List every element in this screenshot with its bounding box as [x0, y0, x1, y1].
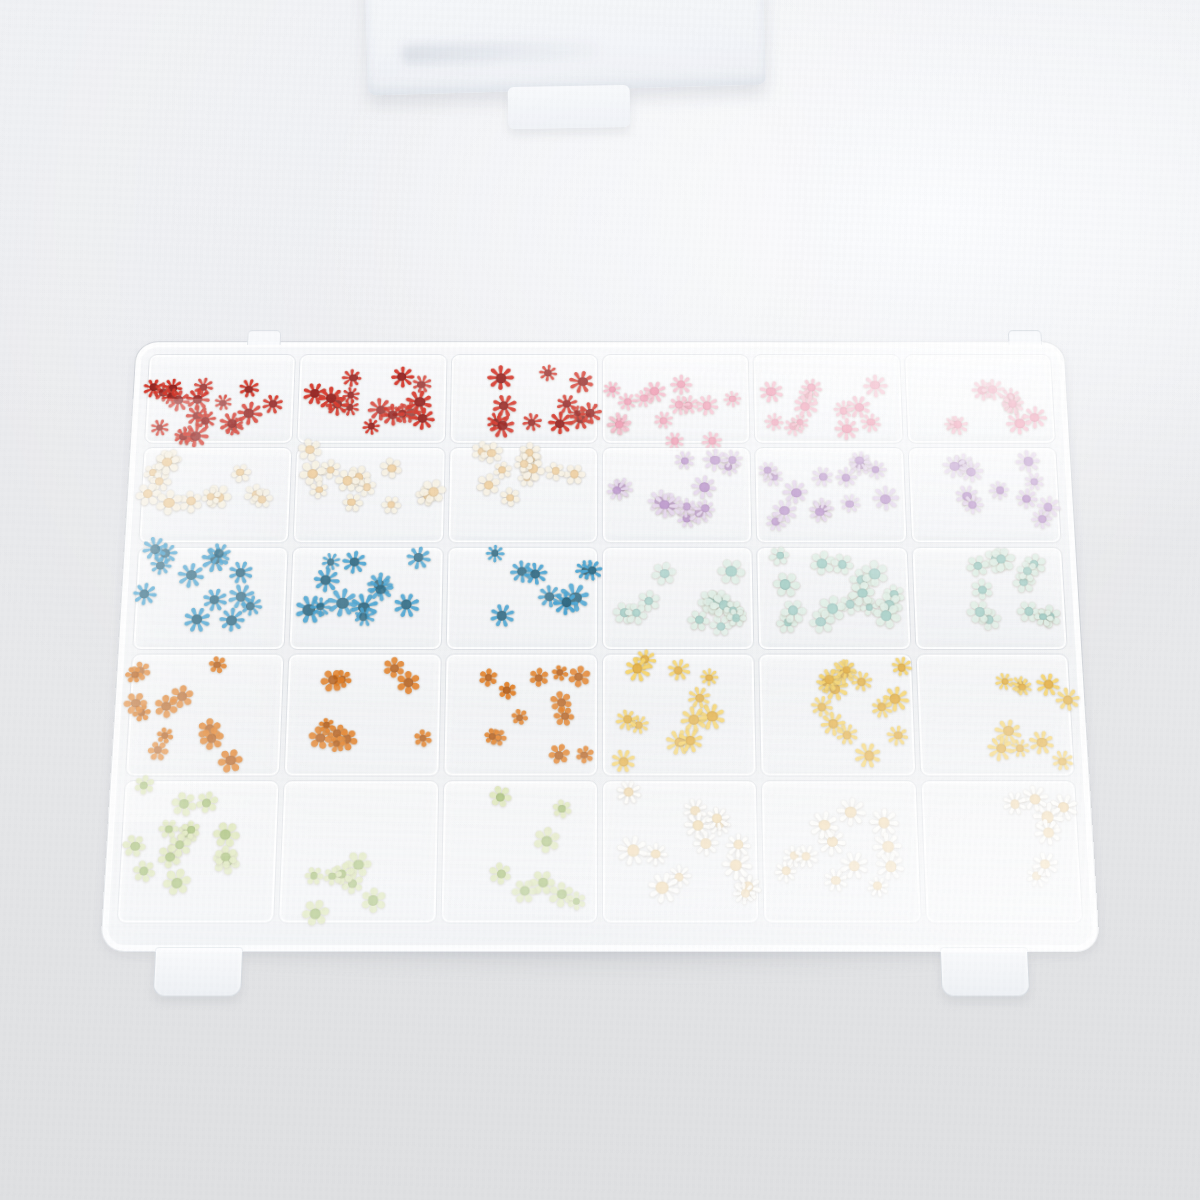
- flower-center: [651, 849, 660, 858]
- dried-flower-red: ❋: [490, 391, 518, 421]
- flower-center: [801, 852, 811, 861]
- flower-petals-glyph: ❋: [730, 881, 761, 906]
- flower-center: [1030, 413, 1040, 422]
- flower-petals-glyph: ✽: [1004, 564, 1042, 600]
- dried-flower-mint: ✽: [722, 598, 744, 622]
- dried-flower-blue: ❋: [351, 604, 375, 630]
- flower-petals-glyph: ❋: [880, 718, 917, 752]
- flower-center: [695, 508, 705, 517]
- flower-center: [950, 421, 957, 427]
- dried-flower-pink: ❋: [943, 414, 964, 436]
- flower-center: [666, 502, 676, 511]
- flower-center: [782, 866, 791, 874]
- flower-petals-glyph: ❋: [998, 404, 1041, 443]
- dried-flower-green: ✽: [194, 789, 220, 818]
- dried-flower-orange: ✽: [510, 707, 529, 728]
- dried-flower-green: ✽: [340, 869, 366, 898]
- flower-center: [973, 562, 982, 570]
- flower-petals-glyph: ❋: [830, 718, 864, 753]
- flower-center: [854, 403, 864, 412]
- flower-petals-glyph: ❋: [670, 502, 703, 535]
- flower-center: [880, 610, 891, 620]
- flower-petals-glyph: ❋: [339, 367, 367, 388]
- dried-flower-white: ❋: [704, 803, 731, 834]
- flower-petals-glyph: ❋: [562, 363, 604, 400]
- flower-petals-glyph: ✽: [479, 725, 506, 748]
- dried-flower-pink: ❋: [832, 399, 855, 423]
- flower-petals-glyph: ❋: [501, 552, 542, 591]
- flower-petals-glyph: ❋: [990, 711, 1027, 752]
- dried-flower-yellow: ❋: [849, 668, 873, 695]
- compartment-r2c1-cream: ✽✽✽✽✽✽✽✽✽✽✽✽: [139, 448, 291, 542]
- dried-flower-blue: ❋: [559, 579, 593, 617]
- dried-flower-cream: ✽: [203, 481, 234, 514]
- flower-petals-glyph: ❋: [729, 867, 768, 907]
- flower-petals-glyph: ✽: [491, 677, 521, 704]
- flower-center: [496, 793, 505, 802]
- dried-flower-mint: ✽: [716, 554, 747, 588]
- flower-petals-glyph: ✽: [690, 582, 732, 622]
- flower-center: [659, 569, 669, 578]
- flower-center: [376, 585, 387, 595]
- dried-flower-red: ❋: [221, 415, 244, 439]
- flower-petals-glyph: ❋: [1023, 725, 1062, 760]
- dried-flower-yellow: ❋: [676, 724, 704, 756]
- flower-center: [368, 423, 375, 430]
- flower-center: [1043, 827, 1054, 837]
- flower-petals-glyph: ❋: [985, 479, 1015, 502]
- dried-flower-red: ❋: [237, 377, 261, 402]
- dried-flower-mint: ✽: [612, 598, 638, 627]
- dried-flower-mint: ✽: [848, 577, 878, 610]
- flower-petals-glyph: ✽: [547, 877, 577, 911]
- flower-petals-glyph: ❋: [600, 476, 634, 504]
- flower-center: [497, 421, 507, 430]
- flower-petals-glyph: ❋: [642, 484, 686, 525]
- flower-petals-glyph: ❋: [481, 597, 522, 634]
- flower-petals-glyph: ✽: [560, 463, 589, 486]
- flower-petals-glyph: ❋: [324, 390, 350, 419]
- dried-flower-mint: ✽: [965, 597, 994, 628]
- flower-petals-glyph: ❋: [935, 447, 975, 485]
- dried-flower-mint: ✽: [981, 543, 1012, 576]
- flower-petals-glyph: ❋: [818, 862, 854, 899]
- compartment-r4c6-yellow: ❋❋❋❋❋❋❋❋❋❋: [916, 655, 1074, 776]
- flower-petals-glyph: ❋: [786, 839, 825, 874]
- dried-flower-mint: ✽: [1021, 550, 1047, 578]
- flower-center: [707, 711, 718, 722]
- flower-petals-glyph: ❋: [857, 408, 885, 437]
- flower-center: [1006, 393, 1015, 401]
- flower-center: [557, 889, 567, 899]
- flower-petals-glyph: ❋: [688, 829, 723, 857]
- flower-petals-glyph: ❋: [799, 802, 849, 848]
- flower-center: [730, 860, 742, 872]
- flower-center: [780, 579, 791, 589]
- dried-flower-orange: ✽: [547, 742, 571, 769]
- flower-center: [520, 460, 528, 467]
- dried-flower-green: ✽: [166, 829, 194, 860]
- dried-flower-white: ❋: [1030, 848, 1060, 881]
- dried-flower-white: ❋: [682, 796, 709, 826]
- flower-center: [695, 616, 704, 624]
- dried-flower-mint: ✽: [769, 543, 792, 568]
- dried-flower-yellow: ❋: [687, 684, 713, 713]
- flower-petals-glyph: ❋: [216, 412, 250, 442]
- flower-center: [193, 395, 203, 404]
- flower-center: [244, 386, 252, 393]
- flower-center: [855, 457, 864, 465]
- flower-petals-glyph: ❋: [832, 398, 854, 423]
- flower-center: [865, 604, 873, 611]
- flower-center: [819, 473, 828, 481]
- flower-petals-glyph: ❋: [284, 588, 334, 632]
- flower-center: [804, 391, 812, 398]
- dried-flower-pink: ❋: [797, 383, 820, 408]
- dried-flower-lavender: ❋: [675, 505, 699, 532]
- flower-center: [538, 878, 548, 888]
- flower-petals-glyph: ❋: [686, 472, 722, 502]
- dried-flower-orange: ✽: [155, 725, 175, 747]
- flower-petals-glyph: ✽: [865, 597, 908, 634]
- dried-flower-white: ❋: [1023, 862, 1049, 891]
- dried-flower-red: ❋: [340, 384, 360, 406]
- flower-petals-glyph: ✽: [881, 580, 907, 608]
- flower-petals-glyph: ❋: [483, 388, 524, 424]
- dried-flower-mint: ✽: [874, 588, 905, 622]
- dried-flower-yellow: ❋: [869, 694, 894, 721]
- flower-petals-glyph: ❋: [998, 383, 1024, 411]
- flower-petals-glyph: ✽: [154, 840, 187, 875]
- flower-center: [497, 611, 507, 620]
- flower-center: [495, 373, 506, 383]
- flower-petals-glyph: ❋: [724, 829, 752, 862]
- flower-center: [484, 481, 493, 490]
- dried-flower-red: ❋: [538, 362, 558, 384]
- flower-center: [229, 423, 237, 430]
- flower-petals-glyph: ❋: [337, 384, 364, 406]
- flower-center: [675, 400, 683, 408]
- flower-petals-glyph: ❋: [752, 457, 784, 484]
- flower-petals-glyph: ❋: [572, 556, 599, 585]
- dried-flower-green: ✽: [488, 783, 513, 811]
- flower-petals-glyph: ❋: [210, 390, 236, 416]
- dried-flower-mint: ✽: [697, 586, 725, 617]
- flower-center: [303, 605, 315, 616]
- flower-center: [699, 483, 709, 492]
- flower-center: [740, 889, 749, 898]
- flower-center: [839, 668, 850, 678]
- flower-center: [674, 666, 683, 675]
- flower-center: [1043, 503, 1053, 512]
- flower-petals-glyph: ✽: [191, 786, 223, 819]
- flower-center: [623, 715, 632, 723]
- dried-flower-green: ✽: [343, 847, 374, 882]
- dried-flower-yellow: ❋: [820, 672, 851, 706]
- flower-petals-glyph: ❋: [829, 656, 858, 690]
- flower-center: [156, 424, 164, 431]
- flower-center: [870, 381, 880, 390]
- dried-flower-blue: ❋: [181, 602, 212, 636]
- flower-center: [953, 421, 962, 429]
- flower-center: [149, 383, 158, 390]
- flower-petals-glyph: ✽: [560, 661, 597, 694]
- flower-center: [542, 836, 553, 846]
- flower-petals-glyph: ❋: [812, 704, 855, 745]
- dried-flower-green: ✽: [532, 824, 562, 859]
- flower-center: [333, 740, 340, 747]
- dried-flower-orange: ✽: [382, 655, 407, 683]
- dried-flower-white: ❋: [1047, 790, 1079, 825]
- flower-petals-glyph: ❋: [534, 362, 561, 384]
- flower-petals-glyph: ❋: [145, 413, 174, 442]
- flower-center: [158, 389, 167, 397]
- organizer-case: ❋❋❋❋❋❋❋❋❋❋❋❋❋❋❋❋❋❋❋❋❋❋❋❋❋❋❋❋❋❋❋❋❋❋❋❋❋❋❋❋…: [100, 341, 1100, 952]
- flower-center: [328, 873, 336, 880]
- dried-flower-red: ❋: [390, 400, 415, 427]
- flower-center: [1039, 613, 1047, 620]
- flower-center: [388, 501, 396, 508]
- flower-center: [140, 781, 148, 789]
- flower-petals-glyph: ✽: [720, 602, 752, 634]
- flower-petals-glyph: ✽: [314, 661, 353, 700]
- flower-petals-glyph: ❋: [656, 490, 685, 522]
- flower-petals-glyph: ✽: [327, 719, 368, 758]
- flower-petals-glyph: ✽: [142, 733, 174, 766]
- dried-flower-lavender: ❋: [1013, 486, 1038, 512]
- flower-center: [581, 567, 589, 575]
- flower-petals-glyph: ✽: [318, 456, 344, 483]
- flower-center: [848, 860, 860, 871]
- flower-center: [209, 595, 219, 604]
- flower-petals-glyph: ❋: [538, 404, 581, 443]
- flower-center: [497, 870, 506, 879]
- flower-petals-glyph: ✽: [810, 589, 856, 628]
- dried-flower-lavender: ❋: [871, 483, 902, 516]
- flower-petals-glyph: ✽: [168, 816, 205, 851]
- flower-center: [523, 474, 530, 481]
- flower-center: [843, 731, 852, 739]
- flower-center: [864, 750, 875, 760]
- compartment-r3c3-blue: ❋❋❋❋❋❋❋❋❋: [446, 547, 597, 649]
- dried-flower-mint: ✽: [969, 577, 994, 604]
- dried-flower-pink: ❋: [782, 414, 805, 439]
- flower-center: [1001, 678, 1009, 685]
- flower-petals-glyph: ✽: [765, 543, 796, 568]
- dried-flower-lavender: ❋: [693, 495, 716, 521]
- flower-petals-glyph: ❋: [1024, 843, 1065, 885]
- flower-center: [186, 570, 197, 580]
- dried-flower-lavender: ❋: [988, 478, 1011, 503]
- dried-flower-red: ❋: [409, 404, 436, 433]
- flower-petals-glyph: ❋: [776, 410, 811, 442]
- compartment-r5c1-green: ✽✽✽✽✽✽✽✽✽✽✽✽✽✽: [118, 781, 279, 922]
- dried-flower-yellow: ❋: [633, 646, 657, 674]
- flower-center: [226, 755, 236, 765]
- flower-center: [346, 404, 354, 411]
- flower-center: [1010, 799, 1020, 808]
- flower-petals-glyph: ❋: [870, 483, 901, 516]
- flower-petals-glyph: ✽: [473, 663, 505, 691]
- flower-petals-glyph: ❋: [545, 582, 589, 623]
- dried-flower-white: ❋: [834, 793, 867, 830]
- dried-flower-lavender: ❋: [690, 472, 718, 503]
- compartment-r4c5-yellow: ❋❋❋❋❋❋❋❋❋❋❋❋❋❋: [760, 655, 915, 776]
- dried-flower-green: ✽: [132, 772, 156, 798]
- flower-center: [950, 462, 960, 471]
- flower-center: [640, 395, 648, 402]
- flower-petals-glyph: ❋: [659, 724, 701, 761]
- flower-petals-glyph: ✽: [159, 825, 200, 864]
- flower-petals-glyph: ❋: [188, 404, 223, 437]
- dried-flower-pink: ❋: [979, 375, 1006, 403]
- flower-center: [713, 596, 724, 606]
- dried-flower-red: ❋: [484, 410, 507, 435]
- flower-center: [825, 675, 835, 684]
- flower-center: [674, 737, 685, 747]
- flower-center: [840, 407, 848, 414]
- latch-tab-left: [153, 947, 244, 996]
- flower-center: [706, 597, 716, 606]
- dried-flower-yellow: ❋: [829, 657, 859, 690]
- dried-flower-green: ✽: [547, 878, 575, 911]
- flower-petals-glyph: ✽: [211, 740, 250, 779]
- flower-petals-glyph: ✽: [720, 600, 747, 621]
- flower-petals-glyph: ❋: [758, 506, 793, 537]
- flower-petals-glyph: ❋: [687, 492, 723, 525]
- flower-petals-glyph: ❋: [603, 470, 639, 505]
- flower-center: [492, 419, 500, 427]
- dried-flower-pink: ❋: [859, 410, 883, 435]
- flower-center: [655, 497, 665, 507]
- flower-center: [578, 377, 588, 386]
- flower-center: [337, 869, 346, 878]
- dried-flower-pink: ❋: [791, 392, 819, 422]
- flower-center: [685, 736, 695, 746]
- dried-flower-orange: ✽: [206, 653, 227, 676]
- dried-flower-lavender: ❋: [960, 492, 984, 518]
- flower-petals-glyph: ❋: [1004, 734, 1036, 762]
- dried-flower-red: ❋: [183, 402, 210, 431]
- flower-petals-glyph: ✽: [349, 471, 385, 504]
- flower-center: [729, 396, 736, 402]
- flower-center: [818, 819, 830, 830]
- flower-petals-glyph: ✽: [149, 441, 189, 480]
- dried-flower-red: ❋: [568, 405, 594, 434]
- dried-flower-red: ❋: [261, 391, 286, 417]
- flower-center: [226, 616, 237, 626]
- flower-petals-glyph: ✽: [526, 869, 560, 897]
- dried-flower-orange: ✽: [331, 668, 353, 692]
- flower-petals-glyph: ❋: [157, 372, 190, 403]
- dried-flower-red: ❋: [174, 423, 198, 448]
- flower-petals-glyph: ❋: [482, 406, 523, 446]
- dried-flower-red: ❋: [184, 385, 212, 414]
- dried-flower-lavender: ❋: [838, 492, 861, 517]
- flower-petals-glyph: ❋: [359, 391, 402, 430]
- flower-petals-glyph: ❋: [990, 669, 1019, 694]
- flower-petals-glyph: ❋: [844, 664, 879, 699]
- flower-petals-glyph: ✽: [299, 718, 341, 758]
- flower-petals-glyph: ✽: [203, 838, 251, 884]
- flower-center: [376, 405, 386, 414]
- dried-flower-cream: ✽: [517, 439, 542, 466]
- flower-center: [702, 402, 711, 410]
- flower-petals-glyph: ❋: [875, 683, 913, 716]
- dried-flower-pink: ❋: [790, 412, 810, 434]
- dried-flower-white: ❋: [707, 810, 732, 839]
- flower-petals-glyph: ❋: [775, 473, 818, 513]
- flower-petals-glyph: ❋: [1018, 859, 1055, 894]
- flower-petals-glyph: ❋: [232, 589, 269, 623]
- flower-petals-glyph: ❋: [650, 406, 678, 434]
- flower-petals-glyph: ❋: [730, 867, 766, 907]
- flower-petals-glyph: ✽: [151, 446, 183, 479]
- flower-center: [191, 614, 202, 624]
- flower-center: [199, 384, 207, 391]
- dried-flower-yellow: ❋: [814, 668, 839, 696]
- flower-center: [155, 478, 164, 486]
- flower-petals-glyph: ✽: [1014, 599, 1044, 624]
- flower-petals-glyph: ❋: [758, 463, 791, 491]
- dried-flower-lavender: ❋: [609, 474, 634, 501]
- flower-petals-glyph: ✽: [223, 456, 257, 488]
- compartment-r2c6-lavender: ❋❋❋❋❋❋❋❋❋❋❋: [908, 448, 1060, 542]
- dried-flower-cream: ✽: [155, 445, 183, 475]
- flower-center: [138, 709, 146, 716]
- dried-flower-yellow: ❋: [993, 714, 1025, 749]
- dried-flower-blue: ❋: [508, 557, 535, 587]
- dried-flower-mint: ✽: [723, 602, 748, 629]
- dried-flower-red: ❋: [193, 408, 217, 433]
- flower-petals-glyph: ✽: [508, 877, 541, 905]
- flower-center: [556, 669, 563, 675]
- dried-flower-green: ✽: [174, 819, 199, 847]
- dried-flower-red: ❋: [488, 410, 517, 441]
- flower-petals-glyph: ✽: [483, 857, 520, 891]
- dried-flower-cream: ✽: [519, 453, 547, 484]
- flower-center: [732, 614, 740, 621]
- hinge-tab-left: [247, 330, 281, 344]
- flower-center: [149, 469, 157, 476]
- flower-center: [349, 374, 357, 381]
- dried-flower-red: ❋: [160, 385, 182, 407]
- dried-flower-white: ❋: [719, 846, 753, 885]
- flower-petals-glyph: ❋: [766, 492, 803, 529]
- flower-petals-glyph: ✽: [497, 484, 522, 511]
- flower-center: [308, 469, 319, 479]
- dried-flower-green: ✽: [528, 866, 556, 899]
- flower-center: [818, 703, 827, 711]
- dried-flower-orange: ✽: [549, 689, 574, 717]
- flower-petals-glyph: ❋: [861, 370, 890, 400]
- flower-center: [1024, 607, 1033, 615]
- flower-center: [1043, 680, 1053, 689]
- flower-petals-glyph: ❋: [518, 560, 553, 589]
- flower-petals-glyph: ❋: [605, 743, 641, 781]
- flower-petals-glyph: ✽: [322, 729, 352, 758]
- flower-center: [244, 409, 255, 418]
- flower-center: [1003, 726, 1014, 736]
- flower-petals-glyph: ❋: [978, 374, 1007, 404]
- flower-center: [525, 449, 534, 457]
- flower-petals-glyph: ❋: [1026, 811, 1072, 854]
- flower-petals-glyph: ❋: [697, 799, 738, 837]
- flower-petals-glyph: ✽: [710, 550, 753, 593]
- dried-flower-red: ❋: [410, 373, 432, 397]
- flower-center: [695, 694, 704, 703]
- dried-flower-lavender: ❋: [847, 447, 872, 474]
